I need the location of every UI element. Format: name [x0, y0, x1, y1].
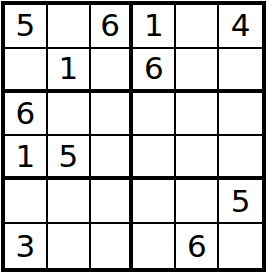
cell-r2c5[interactable] — [176, 49, 219, 93]
cell-r5c1[interactable] — [5, 180, 48, 224]
cell-r1c2[interactable] — [48, 5, 91, 49]
cell-r6c2[interactable] — [48, 224, 91, 268]
sudoku-board: 561416615536 — [1, 1, 266, 272]
cell-r2c2[interactable]: 1 — [48, 49, 91, 93]
cell-r4c4[interactable] — [133, 136, 176, 180]
cell-r4c3[interactable] — [91, 136, 134, 180]
cell-r6c1[interactable]: 3 — [5, 224, 48, 268]
cell-r5c2[interactable] — [48, 180, 91, 224]
cell-r2c6[interactable] — [219, 49, 262, 93]
cell-r5c6[interactable]: 5 — [219, 180, 262, 224]
cell-r3c2[interactable] — [48, 93, 91, 137]
cell-r6c4[interactable] — [133, 224, 176, 268]
cell-r5c4[interactable] — [133, 180, 176, 224]
cell-r1c3[interactable]: 6 — [91, 5, 134, 49]
cell-r6c3[interactable] — [91, 224, 134, 268]
cell-r6c5[interactable]: 6 — [176, 224, 219, 268]
cell-r1c4[interactable]: 1 — [133, 5, 176, 49]
sudoku-puzzle: 561416615536 — [0, 0, 267, 273]
cell-r4c6[interactable] — [219, 136, 262, 180]
cell-r4c5[interactable] — [176, 136, 219, 180]
cell-r2c4[interactable]: 6 — [133, 49, 176, 93]
cell-r3c3[interactable] — [91, 93, 134, 137]
cell-r1c6[interactable]: 4 — [219, 5, 262, 49]
cell-r4c1[interactable]: 1 — [5, 136, 48, 180]
cell-r3c6[interactable] — [219, 93, 262, 137]
cell-r2c1[interactable] — [5, 49, 48, 93]
cell-r3c4[interactable] — [133, 93, 176, 137]
cell-r3c5[interactable] — [176, 93, 219, 137]
cell-r3c1[interactable]: 6 — [5, 93, 48, 137]
cell-r6c6[interactable] — [219, 224, 262, 268]
cell-r5c3[interactable] — [91, 180, 134, 224]
cell-r2c3[interactable] — [91, 49, 134, 93]
cell-r1c1[interactable]: 5 — [5, 5, 48, 49]
cell-r4c2[interactable]: 5 — [48, 136, 91, 180]
cell-r1c5[interactable] — [176, 5, 219, 49]
cell-r5c5[interactable] — [176, 180, 219, 224]
